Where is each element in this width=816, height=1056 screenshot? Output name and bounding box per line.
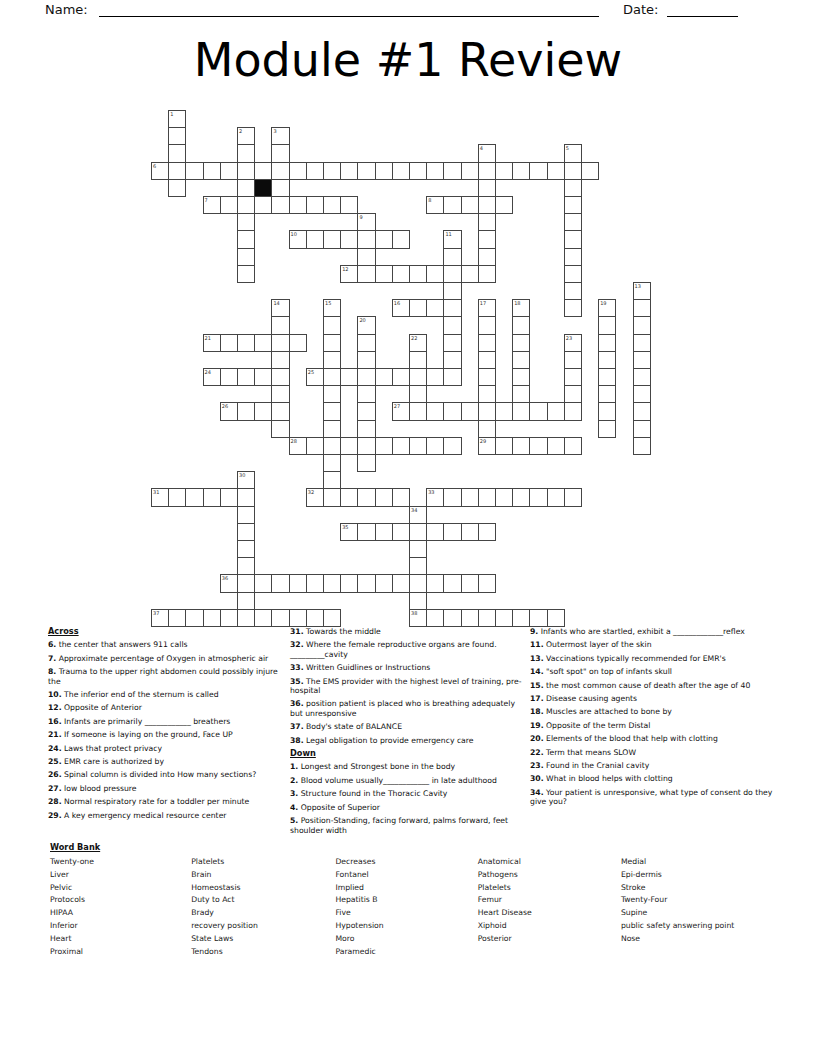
grid-cell[interactable]	[220, 368, 238, 386]
grid-cell[interactable]	[306, 162, 324, 180]
grid-cell[interactable]	[633, 368, 651, 386]
grid-cell[interactable]	[254, 609, 272, 627]
grid-cell[interactable]	[254, 368, 272, 386]
grid-cell[interactable]	[409, 402, 427, 420]
grid-cell[interactable]	[271, 368, 289, 386]
grid-cell[interactable]	[237, 402, 255, 420]
grid-cell[interactable]	[340, 368, 358, 386]
grid-cell[interactable]	[168, 127, 186, 145]
grid-cell[interactable]	[443, 351, 461, 369]
grid-cell[interactable]	[392, 523, 410, 541]
grid-cell[interactable]: 16	[392, 299, 410, 317]
grid-cell[interactable]	[512, 609, 530, 627]
grid-cell[interactable]	[340, 488, 358, 506]
grid-cell[interactable]: 15	[323, 299, 341, 317]
word-bank-item: Proximal	[50, 946, 191, 959]
grid-cell[interactable]	[443, 609, 461, 627]
grid-cell[interactable]	[547, 609, 565, 627]
grid-cell[interactable]	[254, 196, 272, 214]
grid-cell[interactable]	[564, 230, 582, 248]
grid-cell[interactable]	[220, 162, 238, 180]
grid-cell[interactable]	[426, 437, 444, 455]
word-bank-item: recovery position	[191, 920, 335, 933]
grid-cell[interactable]	[426, 299, 444, 317]
grid-cell[interactable]	[426, 265, 444, 283]
grid-cell[interactable]	[271, 196, 289, 214]
grid-cell[interactable]	[581, 162, 599, 180]
grid-cell[interactable]	[633, 420, 651, 438]
grid-cell[interactable]	[289, 162, 307, 180]
grid-cell[interactable]: 28	[289, 437, 307, 455]
grid-cell[interactable]	[375, 162, 393, 180]
grid-cell[interactable]	[564, 162, 582, 180]
grid-cell[interactable]	[340, 230, 358, 248]
grid-cell[interactable]	[409, 437, 427, 455]
grid-cell[interactable]	[564, 196, 582, 214]
grid-cell[interactable]	[271, 420, 289, 438]
grid-cell[interactable]	[564, 213, 582, 231]
grid-cell[interactable]: 34	[409, 506, 427, 524]
grid-cell[interactable]	[598, 402, 616, 420]
grid-cell[interactable]	[237, 368, 255, 386]
grid-cell[interactable]	[633, 299, 651, 317]
grid-cell[interactable]	[495, 609, 513, 627]
grid-cell[interactable]	[357, 162, 375, 180]
grid-cell[interactable]: 31	[151, 488, 169, 506]
grid-cell[interactable]	[289, 196, 307, 214]
cell-number: 36	[222, 575, 228, 581]
grid-cell[interactable]: 9	[357, 213, 375, 231]
grid-cell[interactable]	[409, 162, 427, 180]
grid-cell[interactable]	[443, 316, 461, 334]
grid-cell[interactable]	[409, 592, 427, 610]
grid-cell[interactable]	[271, 179, 289, 197]
grid-cell[interactable]	[237, 488, 255, 506]
grid-cell[interactable]	[564, 265, 582, 283]
grid-cell[interactable]	[529, 402, 547, 420]
grid-cell[interactable]	[289, 334, 307, 352]
grid-cell[interactable]	[633, 437, 651, 455]
grid-cell[interactable]	[443, 574, 461, 592]
grid-cell[interactable]	[271, 334, 289, 352]
grid-cell[interactable]	[426, 609, 444, 627]
grid-cell[interactable]	[289, 609, 307, 627]
word-bank-item: Implied	[335, 882, 477, 895]
grid-cell[interactable]	[461, 609, 479, 627]
grid-cell[interactable]	[375, 368, 393, 386]
grid-cell[interactable]: 2	[237, 127, 255, 145]
grid-cell[interactable]	[409, 299, 427, 317]
grid-cell[interactable]	[185, 488, 203, 506]
grid-cell[interactable]	[409, 385, 427, 403]
grid-cell[interactable]	[375, 437, 393, 455]
grid-cell[interactable]	[323, 437, 341, 455]
grid-cell[interactable]	[512, 368, 530, 386]
grid-cell[interactable]	[220, 334, 238, 352]
grid-cell[interactable]	[323, 334, 341, 352]
grid-cell[interactable]	[495, 162, 513, 180]
grid-cell[interactable]	[237, 248, 255, 266]
grid-cell[interactable]: 17	[478, 299, 496, 317]
grid-cell[interactable]	[564, 488, 582, 506]
grid-cell[interactable]	[237, 213, 255, 231]
grid-cell[interactable]	[409, 523, 427, 541]
grid-cell[interactable]	[357, 420, 375, 438]
grid-cell[interactable]	[254, 574, 272, 592]
grid-cell[interactable]	[203, 488, 221, 506]
grid-cell[interactable]: 14	[271, 299, 289, 317]
grid-cell[interactable]	[409, 368, 427, 386]
grid-cell[interactable]	[392, 437, 410, 455]
grid-cell[interactable]	[564, 351, 582, 369]
grid-cell[interactable]	[323, 368, 341, 386]
grid-cell[interactable]	[564, 437, 582, 455]
grid-cell[interactable]	[443, 488, 461, 506]
grid-cell[interactable]	[598, 385, 616, 403]
grid-cell[interactable]	[461, 402, 479, 420]
grid-cell[interactable]	[357, 488, 375, 506]
grid-cell[interactable]	[443, 196, 461, 214]
grid-cell[interactable]	[357, 368, 375, 386]
grid-cell[interactable]	[564, 368, 582, 386]
grid-cell[interactable]	[323, 316, 341, 334]
grid-cell[interactable]	[168, 162, 186, 180]
grid-cell[interactable]	[357, 523, 375, 541]
grid-cell[interactable]	[340, 196, 358, 214]
grid-cell[interactable]: 20	[357, 316, 375, 334]
grid-cell[interactable]	[237, 196, 255, 214]
grid-cell[interactable]	[237, 334, 255, 352]
grid-cell[interactable]	[478, 179, 496, 197]
grid-cell[interactable]	[461, 265, 479, 283]
grid-cell[interactable]	[478, 265, 496, 283]
grid-cell[interactable]	[220, 196, 238, 214]
grid-cell[interactable]	[461, 488, 479, 506]
grid-cell[interactable]	[478, 162, 496, 180]
grid-cell[interactable]	[306, 574, 324, 592]
grid-cell[interactable]	[271, 351, 289, 369]
grid-cell[interactable]	[375, 488, 393, 506]
grid-cell[interactable]	[237, 592, 255, 610]
grid-cell[interactable]	[443, 299, 461, 317]
grid-cell[interactable]	[392, 368, 410, 386]
grid-cell[interactable]: 30	[237, 471, 255, 489]
grid-cell[interactable]: 26	[220, 402, 238, 420]
clue-30: 30. What in blood helps with clotting	[530, 774, 788, 783]
grid-cell[interactable]	[478, 609, 496, 627]
grid-cell[interactable]: 33	[426, 488, 444, 506]
grid-cell[interactable]	[478, 420, 496, 438]
grid-cell[interactable]: 36	[220, 574, 238, 592]
grid-cell[interactable]	[426, 162, 444, 180]
clue-32: 32. Where the female reproductive organs…	[290, 640, 530, 659]
grid-cell[interactable]	[357, 351, 375, 369]
grid-cell[interactable]	[220, 488, 238, 506]
grid-cell[interactable]	[478, 316, 496, 334]
grid-cell[interactable]	[409, 351, 427, 369]
grid-cell[interactable]	[237, 179, 255, 197]
grid-cell[interactable]	[289, 574, 307, 592]
grid-cell[interactable]	[185, 609, 203, 627]
grid-cell[interactable]	[323, 196, 341, 214]
grid-cell[interactable]	[529, 437, 547, 455]
grid-cell[interactable]	[185, 162, 203, 180]
clue-15: 15. the most common cause of death after…	[530, 681, 788, 690]
grid-cell[interactable]	[306, 230, 324, 248]
grid-cell[interactable]: 29	[478, 437, 496, 455]
grid-cell[interactable]	[254, 162, 272, 180]
grid-cell[interactable]	[598, 351, 616, 369]
grid-cell[interactable]: 38	[409, 609, 427, 627]
grid-cell[interactable]	[237, 609, 255, 627]
grid-cell[interactable]	[392, 574, 410, 592]
grid-cell[interactable]	[564, 248, 582, 266]
grid-cell[interactable]	[529, 609, 547, 627]
grid-cell[interactable]	[168, 144, 186, 162]
grid-cell[interactable]	[461, 196, 479, 214]
grid-cell[interactable]	[340, 574, 358, 592]
grid-cell[interactable]	[203, 609, 221, 627]
clue-number-label: 3.	[290, 789, 298, 798]
grid-cell[interactable]	[323, 351, 341, 369]
grid-cell[interactable]	[426, 368, 444, 386]
grid-cell[interactable]	[598, 316, 616, 334]
name-fill-line[interactable]	[99, 0, 599, 17]
grid-cell[interactable]: 6	[151, 162, 169, 180]
grid-cell[interactable]	[512, 437, 530, 455]
grid-cell[interactable]	[323, 454, 341, 472]
grid-cell[interactable]	[478, 523, 496, 541]
grid-cell[interactable]	[203, 162, 221, 180]
grid-cell[interactable]	[323, 471, 341, 489]
grid-cell[interactable]	[340, 162, 358, 180]
grid-cell[interactable]	[306, 196, 324, 214]
grid-cell[interactable]: 22	[409, 334, 427, 352]
grid-cell[interactable]	[409, 557, 427, 575]
word-bank-item: Decreases	[335, 856, 477, 869]
grid-cell[interactable]	[323, 230, 341, 248]
grid-cell[interactable]	[443, 162, 461, 180]
grid-cell[interactable]: 24	[203, 368, 221, 386]
grid-cell[interactable]	[323, 574, 341, 592]
grid-cell[interactable]	[512, 351, 530, 369]
grid-cell[interactable]: 12	[340, 265, 358, 283]
grid-cell[interactable]	[598, 420, 616, 438]
grid-cell[interactable]	[271, 609, 289, 627]
grid-cell[interactable]	[220, 609, 238, 627]
grid-cell[interactable]	[512, 334, 530, 352]
grid-cell[interactable]	[392, 488, 410, 506]
grid-cell[interactable]	[409, 265, 427, 283]
grid-cell[interactable]	[323, 609, 341, 627]
grid-cell[interactable]: 4	[478, 144, 496, 162]
grid-cell[interactable]	[168, 179, 186, 197]
grid-cell[interactable]: 13	[633, 282, 651, 300]
grid-cell[interactable]: 37	[151, 609, 169, 627]
grid-cell[interactable]	[409, 574, 427, 592]
grid-cell[interactable]	[512, 488, 530, 506]
grid-cell[interactable]	[478, 488, 496, 506]
clue-21: 21. If someone is laying on the ground, …	[48, 730, 286, 739]
grid-cell[interactable]	[461, 574, 479, 592]
grid-cell[interactable]	[168, 609, 186, 627]
grid-cell[interactable]: 32	[306, 488, 324, 506]
grid-cell[interactable]: 1	[168, 110, 186, 128]
grid-cell[interactable]	[375, 523, 393, 541]
grid-cell[interactable]	[357, 437, 375, 455]
grid-cell[interactable]	[529, 162, 547, 180]
grid-cell[interactable]	[529, 488, 547, 506]
grid-cell[interactable]	[237, 506, 255, 524]
grid-cell[interactable]	[461, 523, 479, 541]
grid-cell[interactable]	[443, 334, 461, 352]
grid-cell[interactable]: 5	[564, 144, 582, 162]
across-header: Across	[48, 627, 286, 636]
grid-cell[interactable]	[495, 437, 513, 455]
grid-cell[interactable]	[478, 351, 496, 369]
grid-cell[interactable]	[237, 540, 255, 558]
grid-cell[interactable]: 27	[392, 402, 410, 420]
grid-cell[interactable]	[426, 402, 444, 420]
grid-cell[interactable]	[357, 334, 375, 352]
grid-cell[interactable]	[271, 402, 289, 420]
grid-cell[interactable]	[271, 162, 289, 180]
grid-cell[interactable]	[598, 368, 616, 386]
grid-cell[interactable]	[495, 488, 513, 506]
grid-cell[interactable]	[237, 144, 255, 162]
grid-cell[interactable]	[512, 385, 530, 403]
grid-cell[interactable]	[564, 179, 582, 197]
grid-cell[interactable]	[461, 162, 479, 180]
grid-cell[interactable]	[271, 574, 289, 592]
grid-cell[interactable]: 18	[512, 299, 530, 317]
grid-cell[interactable]	[409, 540, 427, 558]
grid-cell[interactable]	[633, 334, 651, 352]
grid-cell[interactable]: 3	[271, 127, 289, 145]
grid-cell[interactable]	[512, 316, 530, 334]
grid-cell[interactable]	[323, 488, 341, 506]
grid-cell[interactable]	[443, 437, 461, 455]
grid-cell[interactable]: 21	[203, 334, 221, 352]
grid-cell[interactable]	[237, 265, 255, 283]
grid-cell[interactable]: 19	[598, 299, 616, 317]
word-bank-item: Platelets	[478, 882, 621, 895]
grid-cell[interactable]	[633, 316, 651, 334]
grid-cell[interactable]: 35	[340, 523, 358, 541]
grid-cell[interactable]	[478, 574, 496, 592]
grid-cell[interactable]	[478, 213, 496, 231]
grid-cell[interactable]	[443, 368, 461, 386]
grid-cell[interactable]	[478, 230, 496, 248]
grid-cell[interactable]	[357, 230, 375, 248]
grid-cell[interactable]	[512, 402, 530, 420]
grid-cell[interactable]: 11	[443, 230, 461, 248]
grid-cell[interactable]	[357, 385, 375, 403]
grid-cell[interactable]	[323, 162, 341, 180]
grid-cell[interactable]	[633, 385, 651, 403]
grid-cell[interactable]	[237, 574, 255, 592]
grid-cell[interactable]	[547, 402, 565, 420]
grid-cell[interactable]	[495, 402, 513, 420]
grid-cell[interactable]	[254, 334, 272, 352]
grid-cell[interactable]	[237, 523, 255, 541]
grid-cell[interactable]	[443, 265, 461, 283]
grid-cell[interactable]	[375, 265, 393, 283]
grid-cell[interactable]	[443, 248, 461, 266]
date-fill-line[interactable]	[667, 0, 738, 17]
grid-cell[interactable]	[357, 402, 375, 420]
grid-cell[interactable]	[237, 557, 255, 575]
grid-cell[interactable]: 25	[306, 368, 324, 386]
grid-cell[interactable]	[426, 574, 444, 592]
grid-cell[interactable]	[633, 351, 651, 369]
grid-cell[interactable]	[564, 299, 582, 317]
grid-cell[interactable]	[323, 385, 341, 403]
grid-cell[interactable]	[168, 488, 186, 506]
clue-number-label: 24.	[48, 744, 62, 753]
grid-cell[interactable]	[271, 316, 289, 334]
grid-cell[interactable]	[340, 437, 358, 455]
grid-cell[interactable]	[495, 196, 513, 214]
grid-cell[interactable]	[547, 437, 565, 455]
grid-cell[interactable]	[547, 488, 565, 506]
grid-cell[interactable]	[375, 230, 393, 248]
word-bank-item: Paramedic	[335, 946, 477, 959]
grid-cell[interactable]: 23	[564, 334, 582, 352]
grid-cell[interactable]	[478, 402, 496, 420]
grid-cell[interactable]	[478, 385, 496, 403]
grid-cell[interactable]	[478, 334, 496, 352]
grid-cell[interactable]	[392, 162, 410, 180]
clue-number-label: 15.	[530, 681, 544, 690]
grid-cell[interactable]	[357, 454, 375, 472]
grid-cell[interactable]	[357, 248, 375, 266]
grid-cell[interactable]	[271, 144, 289, 162]
grid-cell[interactable]	[357, 265, 375, 283]
grid-cell[interactable]	[357, 574, 375, 592]
grid-cell[interactable]	[323, 420, 341, 438]
grid-cell[interactable]	[392, 230, 410, 248]
grid-cell[interactable]	[375, 574, 393, 592]
grid-cell[interactable]	[598, 334, 616, 352]
grid-cell[interactable]	[271, 385, 289, 403]
grid-cell[interactable]	[237, 162, 255, 180]
grid-cell[interactable]	[633, 402, 651, 420]
down-header: Down	[290, 749, 530, 758]
grid-cell[interactable]	[564, 385, 582, 403]
grid-cell[interactable]	[478, 368, 496, 386]
grid-cell[interactable]: 10	[289, 230, 307, 248]
grid-cell[interactable]	[237, 230, 255, 248]
grid-cell[interactable]	[443, 402, 461, 420]
grid-cell[interactable]: 8	[426, 196, 444, 214]
grid-cell[interactable]	[254, 402, 272, 420]
grid-cell[interactable]	[443, 282, 461, 300]
grid-cell[interactable]	[547, 162, 565, 180]
grid-cell[interactable]	[443, 523, 461, 541]
grid-cell[interactable]	[392, 265, 410, 283]
grid-cell[interactable]	[564, 402, 582, 420]
grid-cell[interactable]	[323, 402, 341, 420]
grid-cell[interactable]	[306, 609, 324, 627]
grid-cell[interactable]: 7	[203, 196, 221, 214]
grid-cell[interactable]	[478, 196, 496, 214]
grid-cell[interactable]	[564, 282, 582, 300]
grid-cell[interactable]	[426, 523, 444, 541]
grid-cell[interactable]	[306, 437, 324, 455]
grid-cell[interactable]	[478, 248, 496, 266]
grid-cell[interactable]	[512, 162, 530, 180]
